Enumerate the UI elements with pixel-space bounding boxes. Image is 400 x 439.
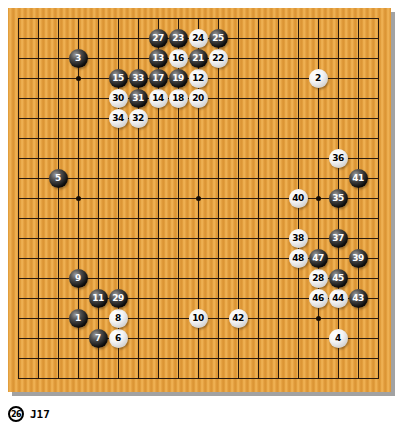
stone-8-f4[interactable]: 8: [109, 309, 128, 328]
stone-15-f16[interactable]: 15: [109, 69, 128, 88]
stone-37-r8[interactable]: 37: [329, 229, 348, 248]
stone-10-k4[interactable]: 10: [189, 309, 208, 328]
stone-14-h15[interactable]: 14: [149, 89, 168, 108]
stone-46-q5[interactable]: 46: [309, 289, 328, 308]
stone-29-f5[interactable]: 29: [109, 289, 128, 308]
stone-38-p8[interactable]: 38: [289, 229, 308, 248]
star-point-q4: [316, 316, 321, 321]
stone-11-e5[interactable]: 11: [89, 289, 108, 308]
stone-42-m4[interactable]: 42: [229, 309, 248, 328]
go-diagram-page: 1234567891011121314151617181920212223242…: [0, 0, 400, 439]
stone-12-k16[interactable]: 12: [189, 69, 208, 88]
stone-3-d17[interactable]: 3: [69, 49, 88, 68]
stone-1-d4[interactable]: 1: [69, 309, 88, 328]
stone-45-r6[interactable]: 45: [329, 269, 348, 288]
stone-2-q16[interactable]: 2: [309, 69, 328, 88]
stone-20-k15[interactable]: 20: [189, 89, 208, 108]
stone-5-c11[interactable]: 5: [49, 169, 68, 188]
stone-34-f14[interactable]: 34: [109, 109, 128, 128]
footnote-coordinate: J17: [30, 408, 50, 421]
stone-16-j17[interactable]: 16: [169, 49, 188, 68]
stone-47-q7[interactable]: 47: [309, 249, 328, 268]
stone-35-r10[interactable]: 35: [329, 189, 348, 208]
stone-7-e3[interactable]: 7: [89, 329, 108, 348]
stone-21-k17[interactable]: 21: [189, 49, 208, 68]
stone-27-h18[interactable]: 27: [149, 29, 168, 48]
stone-48-p7[interactable]: 48: [289, 249, 308, 268]
stone-24-k18[interactable]: 24: [189, 29, 208, 48]
star-point-q10: [316, 196, 321, 201]
stone-19-j16[interactable]: 19: [169, 69, 188, 88]
stone-43-s5[interactable]: 43: [349, 289, 368, 308]
stone-6-f3[interactable]: 6: [109, 329, 128, 348]
stone-28-q6[interactable]: 28: [309, 269, 328, 288]
star-point-k10: [196, 196, 201, 201]
stone-40-p10[interactable]: 40: [289, 189, 308, 208]
stone-32-g14[interactable]: 32: [129, 109, 148, 128]
star-point-d16: [76, 76, 81, 81]
stone-44-r5[interactable]: 44: [329, 289, 348, 308]
stone-36-r12[interactable]: 36: [329, 149, 348, 168]
stone-17-h16[interactable]: 17: [149, 69, 168, 88]
stone-33-g16[interactable]: 33: [129, 69, 148, 88]
stone-31-g15[interactable]: 31: [129, 89, 148, 108]
stone-4-r3[interactable]: 4: [329, 329, 348, 348]
stone-30-f15[interactable]: 30: [109, 89, 128, 108]
star-point-d10: [76, 196, 81, 201]
stone-41-s11[interactable]: 41: [349, 169, 368, 188]
stone-39-s7[interactable]: 39: [349, 249, 368, 268]
stone-25-l18[interactable]: 25: [209, 29, 228, 48]
footnote-white-stone-26: 26: [8, 406, 24, 422]
stone-9-d6[interactable]: 9: [69, 269, 88, 288]
stone-13-h17[interactable]: 13: [149, 49, 168, 68]
go-board[interactable]: 1234567891011121314151617181920212223242…: [8, 8, 391, 392]
stone-23-j18[interactable]: 23: [169, 29, 188, 48]
stone-18-j15[interactable]: 18: [169, 89, 188, 108]
stone-22-l17[interactable]: 22: [209, 49, 228, 68]
footnote: 26 J17: [8, 406, 50, 422]
